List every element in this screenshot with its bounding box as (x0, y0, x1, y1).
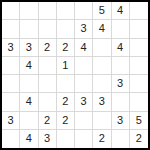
cell-r1c8[interactable] (130, 2, 148, 20)
cell-r7c1[interactable]: 3 (2, 112, 20, 130)
cell-r7c2[interactable] (20, 112, 38, 130)
cell-r2c1[interactable] (2, 20, 20, 38)
puzzle-grid: 54343322444134233322354322 (0, 0, 150, 150)
cell-r6c4[interactable]: 2 (57, 93, 75, 111)
cell-r3c6[interactable] (93, 39, 111, 57)
cell-r8c7[interactable] (112, 130, 130, 148)
cell-r7c7[interactable]: 3 (112, 112, 130, 130)
cell-r3c2[interactable]: 3 (20, 39, 38, 57)
cell-r6c6[interactable]: 3 (93, 93, 111, 111)
cell-r3c5[interactable]: 4 (75, 39, 93, 57)
cell-r2c3[interactable] (39, 20, 57, 38)
cell-r1c1[interactable] (2, 2, 20, 20)
cell-r4c4[interactable]: 1 (57, 57, 75, 75)
cell-r5c8[interactable] (130, 75, 148, 93)
cell-r7c4[interactable]: 2 (57, 112, 75, 130)
cell-r3c1[interactable]: 3 (2, 39, 20, 57)
cell-r3c3[interactable]: 2 (39, 39, 57, 57)
cell-r5c7[interactable]: 3 (112, 75, 130, 93)
cell-r2c4[interactable] (57, 20, 75, 38)
cell-r7c8[interactable]: 5 (130, 112, 148, 130)
cell-r3c4[interactable]: 2 (57, 39, 75, 57)
cell-r2c2[interactable] (20, 20, 38, 38)
cell-r4c7[interactable] (112, 57, 130, 75)
cell-r1c2[interactable] (20, 2, 38, 20)
cell-r8c6[interactable]: 2 (93, 130, 111, 148)
cell-r5c6[interactable] (93, 75, 111, 93)
cell-r1c7[interactable]: 4 (112, 2, 130, 20)
cell-r5c5[interactable] (75, 75, 93, 93)
cell-r5c1[interactable] (2, 75, 20, 93)
cell-r4c3[interactable] (39, 57, 57, 75)
cell-r5c4[interactable] (57, 75, 75, 93)
cell-r6c7[interactable] (112, 93, 130, 111)
cell-r4c1[interactable] (2, 57, 20, 75)
cell-r1c3[interactable] (39, 2, 57, 20)
cell-r8c8[interactable]: 2 (130, 130, 148, 148)
cell-r1c4[interactable] (57, 2, 75, 20)
cell-r4c6[interactable] (93, 57, 111, 75)
cell-r6c8[interactable] (130, 93, 148, 111)
cell-r8c4[interactable] (57, 130, 75, 148)
cell-r8c3[interactable]: 3 (39, 130, 57, 148)
cell-r8c5[interactable] (75, 130, 93, 148)
cell-r7c6[interactable] (93, 112, 111, 130)
cell-r2c8[interactable] (130, 20, 148, 38)
cell-r5c2[interactable] (20, 75, 38, 93)
cell-r4c2[interactable]: 4 (20, 57, 38, 75)
cell-r6c3[interactable] (39, 93, 57, 111)
cell-r6c5[interactable]: 3 (75, 93, 93, 111)
cell-r1c5[interactable] (75, 2, 93, 20)
cell-r7c5[interactable] (75, 112, 93, 130)
cell-r2c5[interactable]: 3 (75, 20, 93, 38)
cell-r6c2[interactable]: 4 (20, 93, 38, 111)
cell-r4c8[interactable] (130, 57, 148, 75)
cell-r6c1[interactable] (2, 93, 20, 111)
cell-r8c2[interactable]: 4 (20, 130, 38, 148)
cell-r4c5[interactable] (75, 57, 93, 75)
cell-r8c1[interactable] (2, 130, 20, 148)
cell-r3c8[interactable] (130, 39, 148, 57)
cell-r5c3[interactable] (39, 75, 57, 93)
cell-r1c6[interactable]: 5 (93, 2, 111, 20)
cell-r2c7[interactable] (112, 20, 130, 38)
cell-r7c3[interactable]: 2 (39, 112, 57, 130)
cell-r3c7[interactable]: 4 (112, 39, 130, 57)
cell-r2c6[interactable]: 4 (93, 20, 111, 38)
